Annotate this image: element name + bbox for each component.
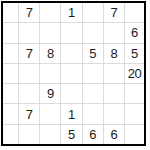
cell-empty[interactable] — [3, 3, 18, 22]
board: 71767858520971566 — [1, 1, 146, 146]
cell-given[interactable]: 7 — [19, 44, 39, 63]
cell-empty[interactable] — [104, 84, 124, 103]
cell-empty[interactable] — [61, 44, 81, 63]
cell-empty[interactable] — [40, 23, 60, 42]
cell-given[interactable]: 5 — [61, 125, 81, 144]
cell-empty[interactable] — [83, 64, 103, 83]
cell-empty[interactable] — [3, 23, 18, 42]
cell-empty[interactable] — [104, 104, 124, 123]
cell-empty[interactable] — [104, 23, 124, 42]
cell-given[interactable]: 6 — [83, 125, 103, 144]
cell-empty[interactable] — [125, 3, 144, 22]
cell-given[interactable]: 6 — [125, 23, 144, 42]
cell-given[interactable]: 7 — [19, 3, 39, 22]
cell-empty[interactable] — [40, 64, 60, 83]
cell-given[interactable]: 8 — [104, 44, 124, 63]
cell-empty[interactable] — [104, 64, 124, 83]
cell-given[interactable]: 8 — [40, 44, 60, 63]
cell-empty[interactable] — [125, 125, 144, 144]
cell-empty[interactable] — [19, 125, 39, 144]
cell-given[interactable]: 1 — [61, 3, 81, 22]
cell-empty[interactable] — [19, 23, 39, 42]
cell-empty[interactable] — [61, 23, 81, 42]
cell-empty[interactable] — [83, 3, 103, 22]
cell-empty[interactable] — [3, 64, 18, 83]
cell-empty[interactable] — [19, 64, 39, 83]
cell-given[interactable]: 9 — [40, 84, 60, 103]
cell-given[interactable]: 20 — [125, 64, 144, 83]
cell-empty[interactable] — [19, 84, 39, 103]
cell-empty[interactable] — [125, 104, 144, 123]
cell-empty[interactable] — [3, 125, 18, 144]
cell-empty[interactable] — [83, 104, 103, 123]
cell-empty[interactable] — [125, 84, 144, 103]
cell-empty[interactable] — [61, 84, 81, 103]
cell-given[interactable]: 1 — [61, 104, 81, 123]
cell-empty[interactable] — [61, 64, 81, 83]
cell-empty[interactable] — [40, 104, 60, 123]
cell-empty[interactable] — [83, 84, 103, 103]
cell-given[interactable]: 7 — [104, 3, 124, 22]
cell-empty[interactable] — [3, 104, 18, 123]
cell-given[interactable]: 5 — [125, 44, 144, 63]
cell-empty[interactable] — [40, 3, 60, 22]
puzzle-image: 71767858520971566 — [0, 0, 150, 150]
cell-empty[interactable] — [3, 44, 18, 63]
cell-empty[interactable] — [40, 125, 60, 144]
cell-empty[interactable] — [3, 84, 18, 103]
cell-given[interactable]: 5 — [83, 44, 103, 63]
cell-empty[interactable] — [83, 23, 103, 42]
cell-given[interactable]: 7 — [19, 104, 39, 123]
cell-given[interactable]: 6 — [104, 125, 124, 144]
